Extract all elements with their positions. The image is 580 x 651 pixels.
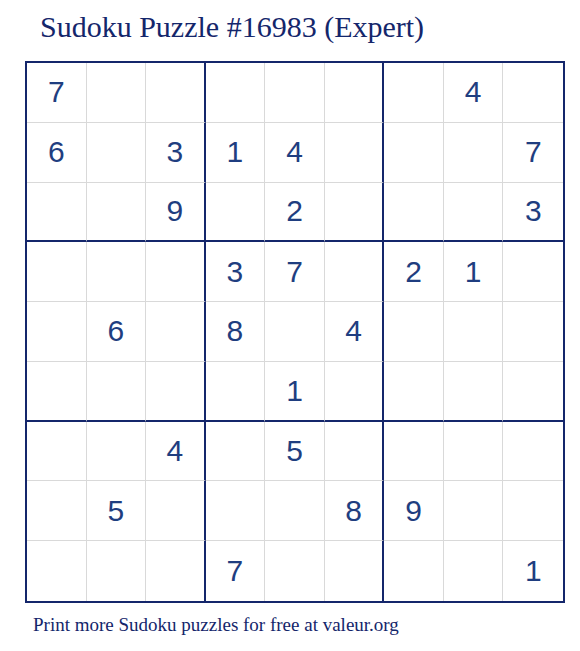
cell-r6c4[interactable] xyxy=(206,362,266,422)
cell-r4c7[interactable]: 2 xyxy=(384,242,444,302)
cell-r1c3[interactable] xyxy=(146,63,206,123)
cell-r3c3[interactable]: 9 xyxy=(146,183,206,243)
cell-r7c9[interactable] xyxy=(503,422,563,482)
cell-r6c1[interactable] xyxy=(27,362,87,422)
cell-r5c4[interactable]: 8 xyxy=(206,302,266,362)
cell-r2c8[interactable] xyxy=(444,123,504,183)
cell-r2c1[interactable]: 6 xyxy=(27,123,87,183)
cell-r5c8[interactable] xyxy=(444,302,504,362)
cell-r3c7[interactable] xyxy=(384,183,444,243)
cell-r1c6[interactable] xyxy=(325,63,385,123)
cell-r8c8[interactable] xyxy=(444,481,504,541)
cell-r8c9[interactable] xyxy=(503,481,563,541)
cell-r3c5[interactable]: 2 xyxy=(265,183,325,243)
cell-r9c8[interactable] xyxy=(444,541,504,601)
cell-r4c5[interactable]: 7 xyxy=(265,242,325,302)
cell-r1c4[interactable] xyxy=(206,63,266,123)
cell-r3c2[interactable] xyxy=(87,183,147,243)
cell-r8c1[interactable] xyxy=(27,481,87,541)
cell-r5c7[interactable] xyxy=(384,302,444,362)
cell-r6c3[interactable] xyxy=(146,362,206,422)
sudoku-board: 7463147923372168414558971 xyxy=(25,61,565,603)
cell-r2c9[interactable]: 7 xyxy=(503,123,563,183)
cell-r4c9[interactable] xyxy=(503,242,563,302)
cell-r3c9[interactable]: 3 xyxy=(503,183,563,243)
cell-r7c4[interactable] xyxy=(206,422,266,482)
cell-r4c8[interactable]: 1 xyxy=(444,242,504,302)
cell-r5c2[interactable]: 6 xyxy=(87,302,147,362)
cell-r1c7[interactable] xyxy=(384,63,444,123)
cell-r1c5[interactable] xyxy=(265,63,325,123)
cell-r4c3[interactable] xyxy=(146,242,206,302)
cell-r3c4[interactable] xyxy=(206,183,266,243)
cell-r9c6[interactable] xyxy=(325,541,385,601)
cell-r8c3[interactable] xyxy=(146,481,206,541)
cell-r4c6[interactable] xyxy=(325,242,385,302)
cell-r5c5[interactable] xyxy=(265,302,325,362)
cell-r2c6[interactable] xyxy=(325,123,385,183)
cell-r8c2[interactable]: 5 xyxy=(87,481,147,541)
cell-r2c4[interactable]: 1 xyxy=(206,123,266,183)
cell-r9c3[interactable] xyxy=(146,541,206,601)
cell-r6c9[interactable] xyxy=(503,362,563,422)
cell-r8c4[interactable] xyxy=(206,481,266,541)
cell-r8c5[interactable] xyxy=(265,481,325,541)
cell-r7c6[interactable] xyxy=(325,422,385,482)
cell-r1c1[interactable]: 7 xyxy=(27,63,87,123)
cell-r9c1[interactable] xyxy=(27,541,87,601)
cell-r9c5[interactable] xyxy=(265,541,325,601)
cell-r3c8[interactable] xyxy=(444,183,504,243)
cell-r4c1[interactable] xyxy=(27,242,87,302)
cell-r4c4[interactable]: 3 xyxy=(206,242,266,302)
cell-r1c2[interactable] xyxy=(87,63,147,123)
cell-r9c2[interactable] xyxy=(87,541,147,601)
footer-credit: Print more Sudoku puzzles for free at va… xyxy=(33,614,399,636)
cell-r6c8[interactable] xyxy=(444,362,504,422)
cell-r7c3[interactable]: 4 xyxy=(146,422,206,482)
cell-r3c6[interactable] xyxy=(325,183,385,243)
cell-r6c6[interactable] xyxy=(325,362,385,422)
cell-r8c6[interactable]: 8 xyxy=(325,481,385,541)
cell-r1c8[interactable]: 4 xyxy=(444,63,504,123)
puzzle-title: Sudoku Puzzle #16983 (Expert) xyxy=(40,10,424,44)
cell-r5c3[interactable] xyxy=(146,302,206,362)
cell-r7c8[interactable] xyxy=(444,422,504,482)
cell-r1c9[interactable] xyxy=(503,63,563,123)
cell-r2c2[interactable] xyxy=(87,123,147,183)
cell-r5c9[interactable] xyxy=(503,302,563,362)
cell-r9c4[interactable]: 7 xyxy=(206,541,266,601)
cell-r2c3[interactable]: 3 xyxy=(146,123,206,183)
sudoku-page: Sudoku Puzzle #16983 (Expert) 7463147923… xyxy=(0,0,580,651)
cell-r9c9[interactable]: 1 xyxy=(503,541,563,601)
cell-r9c7[interactable] xyxy=(384,541,444,601)
cell-r2c7[interactable] xyxy=(384,123,444,183)
cell-r3c1[interactable] xyxy=(27,183,87,243)
cell-r7c7[interactable] xyxy=(384,422,444,482)
cell-r5c1[interactable] xyxy=(27,302,87,362)
cell-r6c7[interactable] xyxy=(384,362,444,422)
cell-r7c5[interactable]: 5 xyxy=(265,422,325,482)
cell-r4c2[interactable] xyxy=(87,242,147,302)
cell-r2c5[interactable]: 4 xyxy=(265,123,325,183)
cell-r7c1[interactable] xyxy=(27,422,87,482)
cell-r6c5[interactable]: 1 xyxy=(265,362,325,422)
cell-r8c7[interactable]: 9 xyxy=(384,481,444,541)
cell-r5c6[interactable]: 4 xyxy=(325,302,385,362)
cell-r7c2[interactable] xyxy=(87,422,147,482)
cell-r6c2[interactable] xyxy=(87,362,147,422)
